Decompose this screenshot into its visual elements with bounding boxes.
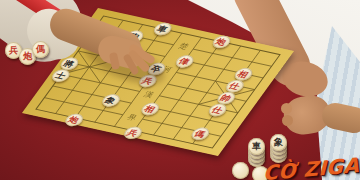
xiangqi-piece-兵[interactable]: 兵 — [121, 125, 145, 140]
xiangqi-piece-士[interactable]: 士 — [49, 68, 73, 83]
xiangqi-piece-炮[interactable]: 炮 — [62, 112, 86, 127]
xiangqi-piece-俥[interactable]: 俥 — [172, 54, 196, 69]
photo-scene: 楚 河 漢 界 將士車砲馬卒象炮俥兵相炮兵相仕帥仕傌 兵炮傌車象 CỜ ZIGA — [0, 0, 360, 180]
child-knuckle — [281, 103, 292, 114]
xiangqi-piece-象[interactable]: 象 — [99, 93, 123, 108]
captured-piece-傌[interactable]: 傌 — [32, 41, 49, 58]
xiangqi-piece-炮[interactable]: 炮 — [209, 34, 233, 49]
stack-disc: 象 — [270, 134, 287, 151]
xiangqi-piece-傌[interactable]: 傌 — [188, 126, 212, 141]
stack-disc: 車 — [248, 138, 265, 155]
child-knuckle — [282, 115, 293, 126]
captured-piece[interactable] — [232, 162, 249, 179]
xiangqi-piece-車[interactable]: 車 — [150, 21, 174, 36]
xiangqi-piece-相[interactable]: 相 — [138, 101, 162, 116]
xiangqi-piece-仕[interactable]: 仕 — [205, 102, 229, 117]
